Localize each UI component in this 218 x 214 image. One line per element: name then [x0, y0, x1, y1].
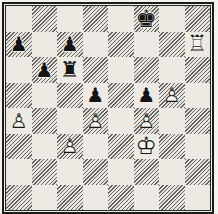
square-f6	[134, 57, 160, 83]
square-e8	[108, 6, 134, 32]
black-rook-icon: ♜	[57, 57, 83, 83]
white-king-outline-icon: ♔	[134, 134, 160, 160]
square-h1	[185, 185, 211, 211]
white-rook-piece: ♜♖	[185, 32, 211, 58]
square-h8	[185, 6, 211, 32]
square-b2	[32, 159, 58, 185]
square-a3	[6, 134, 32, 160]
square-f8: ♚	[134, 6, 160, 32]
black-pawn-icon: ♟	[134, 83, 160, 109]
square-c5	[57, 83, 83, 109]
square-e5	[108, 83, 134, 109]
square-b8	[32, 6, 58, 32]
square-d1	[83, 185, 109, 211]
square-a1	[6, 185, 32, 211]
square-f5: ♟	[134, 83, 160, 109]
square-h4	[185, 108, 211, 134]
white-pawn-outline-icon: ♙	[57, 134, 83, 160]
square-h3	[185, 134, 211, 160]
square-g2	[159, 159, 185, 185]
white-pawn-piece: ♟♙	[83, 108, 109, 134]
square-c2	[57, 159, 83, 185]
square-e4	[108, 108, 134, 134]
square-g4	[159, 108, 185, 134]
square-d5: ♟	[83, 83, 109, 109]
square-e1	[108, 185, 134, 211]
white-pawn-piece: ♟♙	[134, 108, 160, 134]
square-b1	[32, 185, 58, 211]
square-c8	[57, 6, 83, 32]
square-g1	[159, 185, 185, 211]
square-c6: ♜	[57, 57, 83, 83]
square-c4	[57, 108, 83, 134]
square-g8	[159, 6, 185, 32]
white-pawn-outline-icon: ♙	[83, 108, 109, 134]
square-e6	[108, 57, 134, 83]
white-king-piece: ♚♔	[134, 134, 160, 160]
square-e7	[108, 32, 134, 58]
square-a7: ♟	[6, 32, 32, 58]
square-e3	[108, 134, 134, 160]
square-g7	[159, 32, 185, 58]
square-d6	[83, 57, 109, 83]
square-b6: ♟	[32, 57, 58, 83]
black-pawn-icon: ♟	[32, 57, 58, 83]
square-h5	[185, 83, 211, 109]
black-pawn-icon: ♟	[57, 32, 83, 58]
square-d8	[83, 6, 109, 32]
square-h6	[185, 57, 211, 83]
square-a2	[6, 159, 32, 185]
white-pawn-piece: ♟♙	[159, 83, 185, 109]
board-frame: ♚♟♟♜♖♟♜♟♟♟♙♟♙♟♙♟♙♟♙♚♔	[2, 2, 214, 214]
square-f1	[134, 185, 160, 211]
square-b7	[32, 32, 58, 58]
black-pawn-icon: ♟	[6, 32, 32, 58]
square-a5	[6, 83, 32, 109]
white-rook-outline-icon: ♖	[185, 32, 211, 58]
square-g3	[159, 134, 185, 160]
square-d7	[83, 32, 109, 58]
white-pawn-piece: ♟♙	[6, 108, 32, 134]
square-f3: ♚♔	[134, 134, 160, 160]
square-b5	[32, 83, 58, 109]
square-a8	[6, 6, 32, 32]
black-pawn-icon: ♟	[83, 83, 109, 109]
square-f4: ♟♙	[134, 108, 160, 134]
square-e2	[108, 159, 134, 185]
black-king-icon: ♚	[134, 6, 160, 32]
square-d3	[83, 134, 109, 160]
square-d4: ♟♙	[83, 108, 109, 134]
square-c7: ♟	[57, 32, 83, 58]
square-f2	[134, 159, 160, 185]
chess-board: ♚♟♟♜♖♟♜♟♟♟♙♟♙♟♙♟♙♟♙♚♔	[5, 5, 211, 211]
square-b4	[32, 108, 58, 134]
white-pawn-outline-icon: ♙	[159, 83, 185, 109]
white-pawn-outline-icon: ♙	[134, 108, 160, 134]
square-g6	[159, 57, 185, 83]
square-g5: ♟♙	[159, 83, 185, 109]
square-a4: ♟♙	[6, 108, 32, 134]
square-c1	[57, 185, 83, 211]
square-h7: ♜♖	[185, 32, 211, 58]
white-pawn-outline-icon: ♙	[6, 108, 32, 134]
scanned-page: { "game": "chess", "position": { "fen": …	[0, 0, 218, 214]
white-pawn-piece: ♟♙	[57, 134, 83, 160]
square-d2	[83, 159, 109, 185]
square-a6	[6, 57, 32, 83]
square-c3: ♟♙	[57, 134, 83, 160]
square-f7	[134, 32, 160, 58]
square-h2	[185, 159, 211, 185]
square-b3	[32, 134, 58, 160]
